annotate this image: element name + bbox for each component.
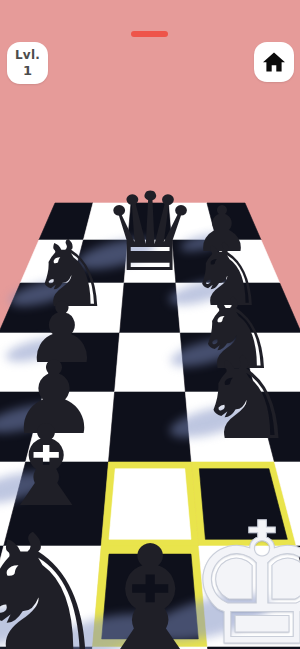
level-value: 1 <box>23 63 32 78</box>
board-square[interactable] <box>128 203 172 240</box>
level-label: Lvl. <box>15 48 40 62</box>
board-square[interactable] <box>120 283 181 333</box>
board-square-highlighted-inner[interactable] <box>109 469 191 540</box>
game-screen: ♟♛♞♞♟♞♟♞♝♚♞♝ Lvl. 1 <box>0 0 300 649</box>
board-square[interactable] <box>217 240 280 283</box>
home-button[interactable] <box>254 42 294 82</box>
home-icon <box>262 50 286 74</box>
chess-board[interactable] <box>0 0 300 649</box>
board-square[interactable] <box>228 283 300 333</box>
level-badge: Lvl. 1 <box>7 42 48 84</box>
progress-dash <box>131 31 168 37</box>
